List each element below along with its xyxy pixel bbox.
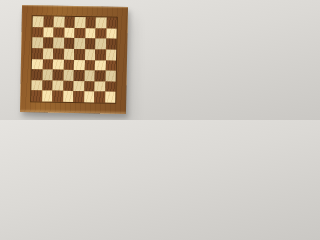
board-square[interactable] bbox=[73, 91, 84, 102]
board-square[interactable] bbox=[32, 37, 43, 48]
board-square[interactable] bbox=[42, 70, 53, 81]
board-grid bbox=[30, 15, 118, 104]
board-square[interactable] bbox=[105, 60, 116, 71]
board-square[interactable] bbox=[96, 17, 107, 28]
board-square[interactable] bbox=[32, 69, 43, 80]
board-square[interactable] bbox=[43, 27, 54, 38]
board-square[interactable] bbox=[95, 71, 106, 82]
board-square[interactable] bbox=[84, 70, 95, 81]
board-square[interactable] bbox=[42, 91, 53, 102]
board-square[interactable] bbox=[31, 91, 42, 102]
board-square[interactable] bbox=[105, 81, 116, 92]
board-square[interactable] bbox=[74, 70, 85, 81]
board-square[interactable] bbox=[75, 17, 86, 28]
board-square[interactable] bbox=[95, 60, 106, 71]
board-square[interactable] bbox=[85, 17, 96, 28]
board-square[interactable] bbox=[42, 80, 53, 91]
board-square[interactable] bbox=[63, 81, 74, 92]
board-square[interactable] bbox=[52, 91, 63, 102]
board-square[interactable] bbox=[94, 92, 105, 103]
board-square[interactable] bbox=[84, 60, 95, 71]
board-square[interactable] bbox=[106, 39, 117, 50]
board-square[interactable] bbox=[105, 92, 116, 103]
board-square[interactable] bbox=[63, 91, 74, 102]
board-square[interactable] bbox=[95, 39, 106, 50]
board-square[interactable] bbox=[63, 59, 74, 70]
board-square[interactable] bbox=[53, 38, 64, 49]
board-square[interactable] bbox=[43, 16, 54, 27]
board-square[interactable] bbox=[53, 59, 64, 70]
board-square[interactable] bbox=[54, 17, 65, 28]
board-square[interactable] bbox=[84, 92, 95, 103]
board-square[interactable] bbox=[74, 28, 85, 39]
board-square[interactable] bbox=[105, 49, 116, 60]
board-frame bbox=[20, 5, 128, 114]
board-square[interactable] bbox=[32, 59, 43, 70]
board-square[interactable] bbox=[42, 59, 53, 70]
board-square[interactable] bbox=[106, 18, 117, 29]
board-square[interactable] bbox=[32, 27, 43, 38]
board-square[interactable] bbox=[63, 70, 74, 81]
board-square[interactable] bbox=[64, 38, 75, 49]
board-square[interactable] bbox=[105, 71, 116, 82]
board-square[interactable] bbox=[33, 16, 44, 27]
board-square[interactable] bbox=[106, 28, 117, 39]
board-square[interactable] bbox=[32, 48, 43, 59]
board-square[interactable] bbox=[74, 49, 85, 60]
board-square[interactable] bbox=[43, 48, 54, 59]
board-square[interactable] bbox=[95, 28, 106, 39]
board-square[interactable] bbox=[94, 81, 105, 92]
board-square[interactable] bbox=[95, 49, 106, 60]
board-square[interactable] bbox=[74, 38, 85, 49]
photo-background: { "game": "chess", "board_description": … bbox=[0, 0, 160, 120]
board-square[interactable] bbox=[84, 81, 95, 92]
board-square[interactable] bbox=[85, 28, 96, 39]
chess-board bbox=[20, 5, 128, 114]
board-square[interactable] bbox=[64, 49, 75, 60]
board-square[interactable] bbox=[73, 81, 84, 92]
board-square[interactable] bbox=[64, 17, 75, 28]
board-square[interactable] bbox=[52, 80, 63, 91]
board-square[interactable] bbox=[53, 48, 64, 59]
board-square[interactable] bbox=[74, 60, 85, 71]
board-square[interactable] bbox=[84, 49, 95, 60]
board-square[interactable] bbox=[31, 80, 42, 91]
board-square[interactable] bbox=[43, 38, 54, 49]
board-square[interactable] bbox=[53, 70, 64, 81]
board-square[interactable] bbox=[64, 27, 75, 38]
board-square[interactable] bbox=[85, 38, 96, 49]
board-square[interactable] bbox=[53, 27, 64, 38]
